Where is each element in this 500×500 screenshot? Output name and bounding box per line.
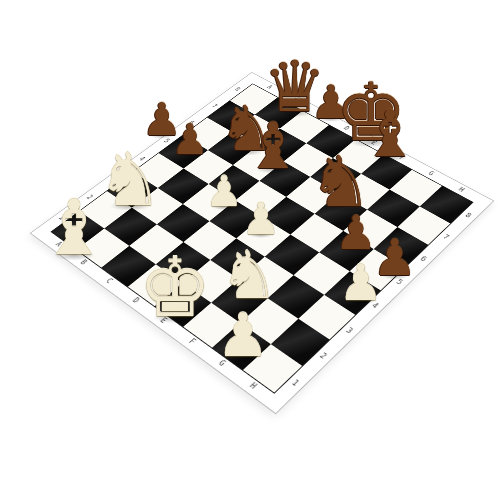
dark-pawn-icon: ♟ [335, 209, 377, 256]
white-pawn-icon: ♟ [216, 305, 270, 365]
white-pawn-icon: ♟ [241, 197, 280, 241]
product-photo-stage: AABBCCDDEEFFGGHH1122334455667788 ♛♟♟♚♞♟♝… [0, 0, 500, 500]
white-bishop-icon: ♝ [40, 190, 108, 266]
dark-bishop-icon: ♝ [244, 114, 301, 178]
white-king-icon: ♚ [138, 247, 212, 329]
white-pawn-icon: ♟ [339, 258, 384, 308]
pieces-layer: ♛♟♟♚♞♟♝♝♞♟♞♟♟♝♟♞♟♚♟ [0, 0, 500, 500]
dark-pawn-icon: ♟ [171, 119, 209, 161]
white-knight-icon: ♞ [219, 243, 278, 309]
white-pawn-icon: ♟ [205, 171, 243, 213]
